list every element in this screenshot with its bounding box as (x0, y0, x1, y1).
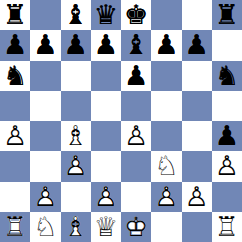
square-f8[interactable] (151, 0, 181, 30)
white-pawn-outline: ♙ (185, 183, 209, 210)
black-king-outline: ♔ (124, 1, 148, 28)
black-pawn-outline: ♙ (33, 31, 57, 58)
square-e3[interactable] (121, 151, 151, 181)
white-king-outline: ♔ (124, 213, 148, 240)
black-pawn-outline: ♙ (154, 31, 178, 58)
chess-board: ♜♖♝♗♛♕♚♔♜♖♟♙♟♙♟♙♟♙♝♗♟♙♟♙♞♘♟♙♞♘♟♙♝♗♟♙♟♙♟♙… (0, 0, 242, 242)
square-h4[interactable]: ♟♙ (212, 121, 242, 151)
square-c1[interactable]: ♝♗ (61, 212, 91, 242)
square-a4[interactable]: ♟♙ (0, 121, 30, 151)
square-e4[interactable]: ♟♙ (121, 121, 151, 151)
square-g1[interactable] (182, 212, 212, 242)
white-pawn[interactable]: ♟♙ (212, 151, 242, 181)
square-g8[interactable] (182, 0, 212, 30)
black-pawn[interactable]: ♟♙ (30, 30, 60, 60)
white-bishop[interactable]: ♝♗ (61, 121, 91, 151)
black-pawn[interactable]: ♟♙ (182, 30, 212, 60)
white-pawn-outline: ♙ (94, 183, 118, 210)
square-g2[interactable]: ♟♙ (182, 182, 212, 212)
black-rook[interactable]: ♜♖ (0, 0, 30, 30)
white-pawn-outline: ♙ (64, 152, 88, 179)
square-d4[interactable] (91, 121, 121, 151)
square-b7[interactable]: ♟♙ (30, 30, 60, 60)
white-bishop-outline: ♗ (64, 213, 88, 240)
square-d3[interactable] (91, 151, 121, 181)
white-pawn-outline: ♙ (3, 122, 27, 149)
square-d6[interactable] (91, 61, 121, 91)
square-h5[interactable] (212, 91, 242, 121)
square-h7[interactable] (212, 30, 242, 60)
white-knight-outline: ♘ (154, 152, 178, 179)
black-pawn[interactable]: ♟♙ (212, 121, 242, 151)
square-d5[interactable] (91, 91, 121, 121)
white-pawn[interactable]: ♟♙ (151, 182, 181, 212)
square-c8[interactable]: ♝♗ (61, 0, 91, 30)
square-b2[interactable]: ♟♙ (30, 182, 60, 212)
black-pawn[interactable]: ♟♙ (91, 30, 121, 60)
black-queen[interactable]: ♛♕ (91, 0, 121, 30)
square-g5[interactable] (182, 91, 212, 121)
square-f2[interactable]: ♟♙ (151, 182, 181, 212)
black-queen-outline: ♕ (94, 1, 118, 28)
square-b1[interactable]: ♞♘ (30, 212, 60, 242)
square-h3[interactable]: ♟♙ (212, 151, 242, 181)
black-pawn[interactable]: ♟♙ (121, 61, 151, 91)
white-pawn[interactable]: ♟♙ (91, 182, 121, 212)
black-bishop[interactable]: ♝♗ (61, 0, 91, 30)
square-e2[interactable] (121, 182, 151, 212)
black-pawn-outline: ♙ (64, 31, 88, 58)
square-a5[interactable] (0, 91, 30, 121)
white-knight[interactable]: ♞♘ (151, 151, 181, 181)
black-pawn[interactable]: ♟♙ (0, 30, 30, 60)
white-pawn[interactable]: ♟♙ (0, 121, 30, 151)
white-pawn[interactable]: ♟♙ (121, 121, 151, 151)
square-g3[interactable] (182, 151, 212, 181)
white-king[interactable]: ♚♔ (121, 212, 151, 242)
square-c2[interactable] (61, 182, 91, 212)
square-c7[interactable]: ♟♙ (61, 30, 91, 60)
square-e7[interactable]: ♝♗ (121, 30, 151, 60)
black-pawn-outline: ♙ (94, 31, 118, 58)
white-knight-outline: ♘ (33, 213, 57, 240)
square-h2[interactable] (212, 182, 242, 212)
square-a8[interactable]: ♜♖ (0, 0, 30, 30)
square-c6[interactable] (61, 61, 91, 91)
square-b6[interactable] (30, 61, 60, 91)
square-a3[interactable] (0, 151, 30, 181)
black-knight[interactable]: ♞♘ (212, 61, 242, 91)
black-bishop[interactable]: ♝♗ (121, 30, 151, 60)
white-bishop-outline: ♗ (64, 122, 88, 149)
black-pawn-outline: ♙ (124, 62, 148, 89)
black-bishop-outline: ♗ (64, 1, 88, 28)
white-pawn[interactable]: ♟♙ (182, 182, 212, 212)
square-b4[interactable] (30, 121, 60, 151)
square-d1[interactable]: ♛♕ (91, 212, 121, 242)
white-pawn-outline: ♙ (215, 152, 239, 179)
black-rook-outline: ♖ (3, 1, 27, 28)
white-rook-outline: ♖ (215, 213, 239, 240)
white-rook[interactable]: ♜♖ (212, 212, 242, 242)
white-rook[interactable]: ♜♖ (0, 212, 30, 242)
black-pawn[interactable]: ♟♙ (151, 30, 181, 60)
white-knight[interactable]: ♞♘ (30, 212, 60, 242)
square-c3[interactable]: ♟♙ (61, 151, 91, 181)
square-d7[interactable]: ♟♙ (91, 30, 121, 60)
black-knight[interactable]: ♞♘ (0, 61, 30, 91)
white-pawn-outline: ♙ (124, 122, 148, 149)
square-c5[interactable] (61, 91, 91, 121)
square-a2[interactable] (0, 182, 30, 212)
square-e6[interactable]: ♟♙ (121, 61, 151, 91)
white-rook-outline: ♖ (3, 213, 27, 240)
square-d8[interactable]: ♛♕ (91, 0, 121, 30)
white-pawn-outline: ♙ (33, 183, 57, 210)
white-queen[interactable]: ♛♕ (91, 212, 121, 242)
square-f7[interactable]: ♟♙ (151, 30, 181, 60)
white-pawn-outline: ♙ (154, 183, 178, 210)
square-b3[interactable] (30, 151, 60, 181)
square-a1[interactable]: ♜♖ (0, 212, 30, 242)
square-b5[interactable] (30, 91, 60, 121)
square-a7[interactable]: ♟♙ (0, 30, 30, 60)
square-f5[interactable] (151, 91, 181, 121)
square-f6[interactable] (151, 61, 181, 91)
white-pawn[interactable]: ♟♙ (61, 151, 91, 181)
white-bishop[interactable]: ♝♗ (61, 212, 91, 242)
white-queen-outline: ♕ (94, 213, 118, 240)
square-f3[interactable]: ♞♘ (151, 151, 181, 181)
black-bishop-outline: ♗ (124, 31, 148, 58)
square-e8[interactable]: ♚♔ (121, 0, 151, 30)
black-pawn-outline: ♙ (185, 31, 209, 58)
square-h6[interactable]: ♞♘ (212, 61, 242, 91)
black-rook-outline: ♖ (215, 1, 239, 28)
square-b8[interactable] (30, 0, 60, 30)
square-g4[interactable] (182, 121, 212, 151)
square-f4[interactable] (151, 121, 181, 151)
black-knight-outline: ♘ (215, 62, 239, 89)
white-pawn[interactable]: ♟♙ (30, 182, 60, 212)
black-pawn[interactable]: ♟♙ (61, 30, 91, 60)
square-e1[interactable]: ♚♔ (121, 212, 151, 242)
square-e5[interactable] (121, 91, 151, 121)
square-a6[interactable]: ♞♘ (0, 61, 30, 91)
square-c4[interactable]: ♝♗ (61, 121, 91, 151)
black-pawn-outline: ♙ (3, 31, 27, 58)
square-h8[interactable]: ♜♖ (212, 0, 242, 30)
square-g6[interactable] (182, 61, 212, 91)
square-h1[interactable]: ♜♖ (212, 212, 242, 242)
square-g7[interactable]: ♟♙ (182, 30, 212, 60)
square-f1[interactable] (151, 212, 181, 242)
black-king[interactable]: ♚♔ (121, 0, 151, 30)
black-pawn-outline: ♙ (215, 122, 239, 149)
square-d2[interactable]: ♟♙ (91, 182, 121, 212)
black-knight-outline: ♘ (3, 62, 27, 89)
black-rook[interactable]: ♜♖ (212, 0, 242, 30)
